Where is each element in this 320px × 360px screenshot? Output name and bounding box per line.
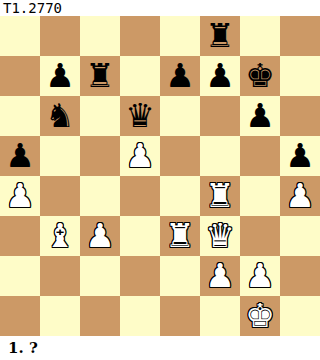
square-g7[interactable]: ♚ — [240, 56, 280, 96]
square-a5[interactable]: ♟ — [0, 136, 40, 176]
square-e1[interactable] — [160, 296, 200, 336]
square-f3[interactable]: ♛ — [200, 216, 240, 256]
square-e3[interactable]: ♜ — [160, 216, 200, 256]
square-b5[interactable] — [40, 136, 80, 176]
square-b4[interactable] — [40, 176, 80, 216]
square-d2[interactable] — [120, 256, 160, 296]
square-d1[interactable] — [120, 296, 160, 336]
square-b7[interactable]: ♟ — [40, 56, 80, 96]
square-h1[interactable] — [280, 296, 320, 336]
white-pawn-a4[interactable]: ♟ — [5, 176, 35, 216]
square-d8[interactable] — [120, 16, 160, 56]
square-c4[interactable] — [80, 176, 120, 216]
square-a8[interactable] — [0, 16, 40, 56]
square-e4[interactable] — [160, 176, 200, 216]
square-h5[interactable]: ♟ — [280, 136, 320, 176]
white-pawn-g2[interactable]: ♟ — [245, 256, 275, 296]
black-rook-f8[interactable]: ♜ — [205, 16, 235, 56]
square-c6[interactable] — [80, 96, 120, 136]
square-f8[interactable]: ♜ — [200, 16, 240, 56]
white-pawn-h4[interactable]: ♟ — [285, 176, 315, 216]
square-f1[interactable] — [200, 296, 240, 336]
square-c8[interactable] — [80, 16, 120, 56]
square-f7[interactable]: ♟ — [200, 56, 240, 96]
square-b8[interactable] — [40, 16, 80, 56]
square-h7[interactable] — [280, 56, 320, 96]
white-pawn-d5[interactable]: ♟ — [125, 136, 155, 176]
square-f4[interactable]: ♜ — [200, 176, 240, 216]
square-d6[interactable]: ♛ — [120, 96, 160, 136]
white-rook-e3[interactable]: ♜ — [165, 216, 195, 256]
white-pawn-f2[interactable]: ♟ — [205, 256, 235, 296]
square-e8[interactable] — [160, 16, 200, 56]
square-a6[interactable] — [0, 96, 40, 136]
black-pawn-g6[interactable]: ♟ — [245, 96, 275, 136]
white-pawn-c3[interactable]: ♟ — [85, 216, 115, 256]
square-b1[interactable] — [40, 296, 80, 336]
square-g1[interactable]: ♚ — [240, 296, 280, 336]
square-h6[interactable] — [280, 96, 320, 136]
black-pawn-f7[interactable]: ♟ — [205, 56, 235, 96]
square-g2[interactable]: ♟ — [240, 256, 280, 296]
square-c2[interactable] — [80, 256, 120, 296]
black-king-g7[interactable]: ♚ — [245, 56, 275, 96]
square-f2[interactable]: ♟ — [200, 256, 240, 296]
square-g3[interactable] — [240, 216, 280, 256]
square-b2[interactable] — [40, 256, 80, 296]
black-pawn-e7[interactable]: ♟ — [165, 56, 195, 96]
square-c3[interactable]: ♟ — [80, 216, 120, 256]
black-knight-b6[interactable]: ♞ — [45, 96, 75, 136]
square-b6[interactable]: ♞ — [40, 96, 80, 136]
square-g4[interactable] — [240, 176, 280, 216]
square-h4[interactable]: ♟ — [280, 176, 320, 216]
square-a4[interactable]: ♟ — [0, 176, 40, 216]
white-rook-f4[interactable]: ♜ — [205, 176, 235, 216]
square-h3[interactable] — [280, 216, 320, 256]
black-rook-c7[interactable]: ♜ — [85, 56, 115, 96]
square-c5[interactable] — [80, 136, 120, 176]
black-queen-d6[interactable]: ♛ — [125, 96, 155, 136]
black-pawn-h5[interactable]: ♟ — [285, 136, 315, 176]
white-queen-f3[interactable]: ♛ — [205, 216, 235, 256]
square-g5[interactable] — [240, 136, 280, 176]
square-h8[interactable] — [280, 16, 320, 56]
square-f6[interactable] — [200, 96, 240, 136]
square-h2[interactable] — [280, 256, 320, 296]
square-e6[interactable] — [160, 96, 200, 136]
square-c1[interactable] — [80, 296, 120, 336]
square-g8[interactable] — [240, 16, 280, 56]
square-f5[interactable] — [200, 136, 240, 176]
square-d7[interactable] — [120, 56, 160, 96]
square-c7[interactable]: ♜ — [80, 56, 120, 96]
chess-board: ♜♟♜♟♟♚♞♛♟♟♟♟♟♜♟♝♟♜♛♟♟♚ — [0, 16, 320, 336]
black-pawn-a5[interactable]: ♟ — [5, 136, 35, 176]
square-a2[interactable] — [0, 256, 40, 296]
move-prompt: 1. ? — [8, 338, 38, 358]
square-a7[interactable] — [0, 56, 40, 96]
square-e7[interactable]: ♟ — [160, 56, 200, 96]
white-bishop-b3[interactable]: ♝ — [45, 216, 75, 256]
square-a3[interactable] — [0, 216, 40, 256]
white-king-g1[interactable]: ♚ — [245, 296, 275, 336]
square-d5[interactable]: ♟ — [120, 136, 160, 176]
square-d4[interactable] — [120, 176, 160, 216]
square-d3[interactable] — [120, 216, 160, 256]
black-pawn-b7[interactable]: ♟ — [45, 56, 75, 96]
puzzle-title: T1.2770 — [3, 0, 62, 16]
square-e2[interactable] — [160, 256, 200, 296]
square-e5[interactable] — [160, 136, 200, 176]
square-a1[interactable] — [0, 296, 40, 336]
square-b3[interactable]: ♝ — [40, 216, 80, 256]
square-g6[interactable]: ♟ — [240, 96, 280, 136]
